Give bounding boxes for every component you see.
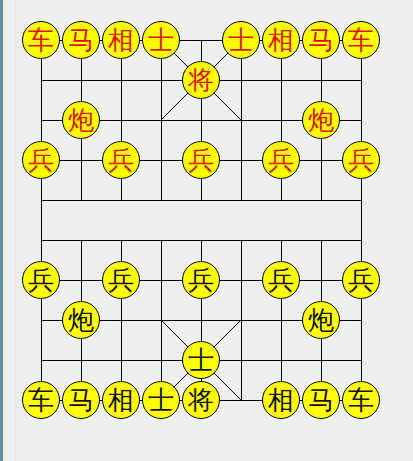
piece-red-马[interactable]: 马 <box>302 21 340 59</box>
piece-black-兵[interactable]: 兵 <box>262 261 300 299</box>
piece-red-兵[interactable]: 兵 <box>262 141 300 179</box>
piece-black-兵[interactable]: 兵 <box>102 261 140 299</box>
piece-red-炮[interactable]: 炮 <box>62 101 100 139</box>
piece-red-士[interactable]: 士 <box>142 21 180 59</box>
piece-black-士[interactable]: 士 <box>182 341 220 379</box>
piece-black-士[interactable]: 士 <box>142 381 180 419</box>
piece-red-车[interactable]: 车 <box>342 21 380 59</box>
piece-red-兵[interactable]: 兵 <box>22 141 60 179</box>
piece-black-相[interactable]: 相 <box>102 381 140 419</box>
piece-black-兵[interactable]: 兵 <box>342 261 380 299</box>
piece-red-将[interactable]: 将 <box>182 61 220 99</box>
piece-red-相[interactable]: 相 <box>102 21 140 59</box>
piece-red-兵[interactable]: 兵 <box>182 141 220 179</box>
piece-black-马[interactable]: 马 <box>302 381 340 419</box>
piece-red-车[interactable]: 车 <box>22 21 60 59</box>
piece-black-相[interactable]: 相 <box>262 381 300 419</box>
piece-black-炮[interactable]: 炮 <box>302 301 340 339</box>
piece-red-兵[interactable]: 兵 <box>342 141 380 179</box>
xiangqi-board[interactable]: 车马相士士相马车将炮炮兵兵兵兵兵兵兵兵兵兵炮炮士车马相士将相马车 <box>21 20 381 420</box>
xiangqi-app-window: 车马相士士相马车将炮炮兵兵兵兵兵兵兵兵兵兵炮炮士车马相士将相马车 <box>0 0 413 461</box>
piece-black-兵[interactable]: 兵 <box>182 261 220 299</box>
piece-red-士[interactable]: 士 <box>222 21 260 59</box>
piece-red-兵[interactable]: 兵 <box>102 141 140 179</box>
piece-black-马[interactable]: 马 <box>62 381 100 419</box>
piece-red-炮[interactable]: 炮 <box>302 101 340 139</box>
piece-black-车[interactable]: 车 <box>342 381 380 419</box>
piece-black-炮[interactable]: 炮 <box>62 301 100 339</box>
window-edge-faint-line <box>15 0 16 461</box>
piece-red-相[interactable]: 相 <box>262 21 300 59</box>
window-edge-peach-strip <box>3 0 6 461</box>
piece-black-将[interactable]: 将 <box>182 381 220 419</box>
piece-black-车[interactable]: 车 <box>22 381 60 419</box>
piece-black-兵[interactable]: 兵 <box>22 261 60 299</box>
piece-red-马[interactable]: 马 <box>62 21 100 59</box>
